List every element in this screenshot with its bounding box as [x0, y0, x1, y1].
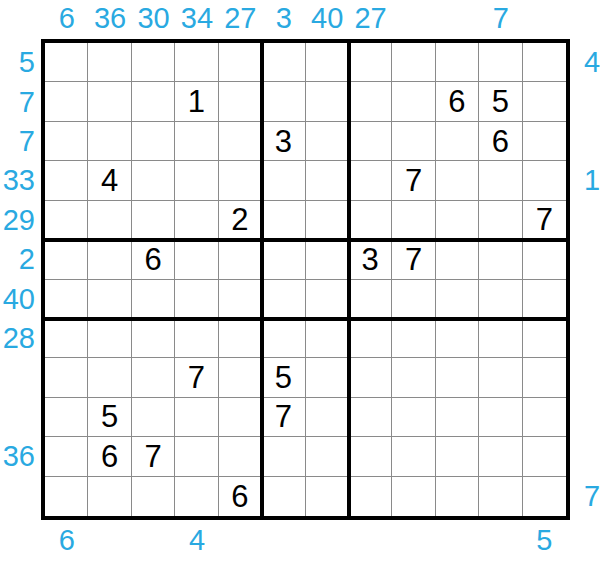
- cell-r8c11[interactable]: [479, 319, 522, 358]
- left-clue-r10: [0, 398, 40, 437]
- cell-r3c12[interactable]: [523, 122, 566, 161]
- block-border-horizontal-1: [45, 238, 566, 242]
- cell-r7c9[interactable]: [392, 280, 435, 319]
- cell-r4c12[interactable]: [523, 161, 566, 200]
- cell-r11c7[interactable]: [306, 437, 349, 476]
- left-clue-r1: 5: [0, 43, 40, 82]
- right-clue-r2: [573, 82, 614, 121]
- cell-r6c3[interactable]: 6: [132, 240, 175, 279]
- cell-r10c2[interactable]: 5: [88, 398, 131, 437]
- cell-r8c1[interactable]: [45, 319, 88, 358]
- cell-r1c3[interactable]: [132, 43, 175, 82]
- right-clue-r6: [573, 240, 614, 279]
- top-clue-c5: 27: [219, 1, 262, 36]
- cell-r9c4[interactable]: 7: [175, 358, 218, 397]
- puzzle-board: 1653647276377557676: [41, 39, 570, 520]
- right-clues: 417: [573, 43, 614, 516]
- cell-r9c6[interactable]: 5: [262, 358, 305, 397]
- cell-r1c7[interactable]: [306, 43, 349, 82]
- cell-r12c6[interactable]: [262, 477, 305, 516]
- left-clue-r2: 7: [0, 82, 40, 121]
- cell-r10c3[interactable]: [132, 398, 175, 437]
- left-clue-r6: 2: [0, 240, 40, 279]
- cell-r6c4[interactable]: [175, 240, 218, 279]
- cell-r1c6[interactable]: [262, 43, 305, 82]
- bottom-clue-c11: [479, 520, 522, 560]
- cell-r12c7[interactable]: [306, 477, 349, 516]
- top-clue-c6: 3: [262, 1, 305, 36]
- cell-r11c1[interactable]: [45, 437, 88, 476]
- cell-r4c5[interactable]: [219, 161, 262, 200]
- cell-r4c2[interactable]: 4: [88, 161, 131, 200]
- cell-r3c11[interactable]: 6: [479, 122, 522, 161]
- cell-r11c11[interactable]: [479, 437, 522, 476]
- cell-r6c7[interactable]: [306, 240, 349, 279]
- cell-r9c1[interactable]: [45, 358, 88, 397]
- cell-r7c12[interactable]: [523, 280, 566, 319]
- top-clue-c11: 7: [479, 1, 522, 36]
- cell-r4c11[interactable]: [479, 161, 522, 200]
- cell-r11c10[interactable]: [436, 437, 479, 476]
- cell-r3c10[interactable]: [436, 122, 479, 161]
- bottom-clue-c3: [132, 520, 175, 560]
- cell-r8c9[interactable]: [392, 319, 435, 358]
- bottom-clue-c12: 5: [523, 520, 566, 560]
- cell-r2c4[interactable]: 1: [175, 82, 218, 121]
- right-clue-r1: 4: [573, 43, 614, 82]
- cell-r3c9[interactable]: [392, 122, 435, 161]
- cell-r1c9[interactable]: [392, 43, 435, 82]
- cell-r10c12[interactable]: [523, 398, 566, 437]
- cell-r8c5[interactable]: [219, 319, 262, 358]
- cell-r12c1[interactable]: [45, 477, 88, 516]
- block-border-vertical-1: [260, 43, 264, 516]
- cell-r3c4[interactable]: [175, 122, 218, 161]
- cell-r9c2[interactable]: [88, 358, 131, 397]
- top-clue-c12: [523, 1, 566, 36]
- cell-r10c8[interactable]: [349, 398, 392, 437]
- cell-r9c9[interactable]: [392, 358, 435, 397]
- cell-r7c6[interactable]: [262, 280, 305, 319]
- cell-r9c10[interactable]: [436, 358, 479, 397]
- cell-r2c8[interactable]: [349, 82, 392, 121]
- right-clue-r8: [573, 319, 614, 358]
- cell-r11c3[interactable]: 7: [132, 437, 175, 476]
- bottom-clue-c9: [392, 520, 435, 560]
- cell-r3c1[interactable]: [45, 122, 88, 161]
- cell-r2c10[interactable]: 6: [436, 82, 479, 121]
- cell-r6c8[interactable]: 3: [349, 240, 392, 279]
- left-clue-r7: 40: [0, 280, 40, 319]
- right-clue-r10: [573, 398, 614, 437]
- top-clue-c1: 6: [45, 1, 88, 36]
- block-border-horizontal-2: [45, 317, 566, 321]
- cell-r4c4[interactable]: [175, 161, 218, 200]
- bottom-clue-c10: [436, 520, 479, 560]
- cell-r2c9[interactable]: [392, 82, 435, 121]
- cell-r6c6[interactable]: [262, 240, 305, 279]
- cell-r12c11[interactable]: [479, 477, 522, 516]
- puzzle-stage: 636303427340277 645 57733292402836 417 1…: [0, 0, 614, 567]
- cell-r5c1[interactable]: [45, 201, 88, 240]
- cell-r5c5[interactable]: 2: [219, 201, 262, 240]
- bottom-clue-c8: [349, 520, 392, 560]
- cell-r12c3[interactable]: [132, 477, 175, 516]
- cell-r5c3[interactable]: [132, 201, 175, 240]
- cell-r7c7[interactable]: [306, 280, 349, 319]
- cell-r3c8[interactable]: [349, 122, 392, 161]
- cell-r1c11[interactable]: [479, 43, 522, 82]
- cell-r4c8[interactable]: [349, 161, 392, 200]
- cell-r9c11[interactable]: [479, 358, 522, 397]
- block-border-vertical-2: [347, 43, 351, 516]
- cell-r11c5[interactable]: [219, 437, 262, 476]
- top-clue-c10: [436, 1, 479, 36]
- cell-r9c3[interactable]: [132, 358, 175, 397]
- left-clue-r9: [0, 358, 40, 397]
- cell-r2c5[interactable]: [219, 82, 262, 121]
- cell-r3c2[interactable]: [88, 122, 131, 161]
- left-clue-r8: 28: [0, 319, 40, 358]
- cell-r1c4[interactable]: [175, 43, 218, 82]
- cell-r10c11[interactable]: [479, 398, 522, 437]
- cell-r10c10[interactable]: [436, 398, 479, 437]
- top-clue-c4: 34: [175, 1, 218, 36]
- cell-r6c11[interactable]: [479, 240, 522, 279]
- cell-r2c11[interactable]: 5: [479, 82, 522, 121]
- cell-r6c1[interactable]: [45, 240, 88, 279]
- left-clue-r12: [0, 477, 40, 516]
- cell-r10c4[interactable]: [175, 398, 218, 437]
- cell-r2c2[interactable]: [88, 82, 131, 121]
- cell-r1c10[interactable]: [436, 43, 479, 82]
- cell-r4c9[interactable]: 7: [392, 161, 435, 200]
- left-clue-r11: 36: [0, 437, 40, 476]
- cell-r10c6[interactable]: 7: [262, 398, 305, 437]
- cell-r7c3[interactable]: [132, 280, 175, 319]
- cell-r2c12[interactable]: [523, 82, 566, 121]
- bottom-clue-c1: 6: [45, 520, 88, 560]
- bottom-clue-c6: [262, 520, 305, 560]
- right-clue-r9: [573, 358, 614, 397]
- cell-r7c2[interactable]: [88, 280, 131, 319]
- cell-r3c3[interactable]: [132, 122, 175, 161]
- cell-r1c1[interactable]: [45, 43, 88, 82]
- cell-r4c6[interactable]: [262, 161, 305, 200]
- cell-r3c6[interactable]: 3: [262, 122, 305, 161]
- cell-r9c7[interactable]: [306, 358, 349, 397]
- top-clue-c7: 40: [306, 1, 349, 36]
- cell-r7c8[interactable]: [349, 280, 392, 319]
- left-clue-r4: 33: [0, 161, 40, 200]
- cell-r5c10[interactable]: [436, 201, 479, 240]
- cell-r2c1[interactable]: [45, 82, 88, 121]
- cell-r5c7[interactable]: [306, 201, 349, 240]
- cell-r12c2[interactable]: [88, 477, 131, 516]
- right-clue-r3: [573, 122, 614, 161]
- bottom-clue-c4: 4: [175, 520, 218, 560]
- cell-r5c11[interactable]: [479, 201, 522, 240]
- cell-r6c5[interactable]: [219, 240, 262, 279]
- cell-r8c12[interactable]: [523, 319, 566, 358]
- cell-r3c5[interactable]: [219, 122, 262, 161]
- cell-r1c5[interactable]: [219, 43, 262, 82]
- cell-r3c7[interactable]: [306, 122, 349, 161]
- bottom-clue-c5: [219, 520, 262, 560]
- top-clue-c3: 30: [132, 1, 175, 36]
- cell-r8c8[interactable]: [349, 319, 392, 358]
- cell-r7c1[interactable]: [45, 280, 88, 319]
- cell-r5c12[interactable]: 7: [523, 201, 566, 240]
- cell-r9c12[interactable]: [523, 358, 566, 397]
- cell-r5c6[interactable]: [262, 201, 305, 240]
- top-clue-c9: [392, 1, 435, 36]
- top-clue-c8: 27: [349, 1, 392, 36]
- left-clues: 57733292402836: [0, 43, 40, 516]
- cell-r12c9[interactable]: [392, 477, 435, 516]
- cell-r4c1[interactable]: [45, 161, 88, 200]
- bottom-clues: 645: [45, 520, 566, 560]
- cell-r12c8[interactable]: [349, 477, 392, 516]
- cell-r10c7[interactable]: [306, 398, 349, 437]
- cell-r7c10[interactable]: [436, 280, 479, 319]
- right-clue-r5: [573, 201, 614, 240]
- cell-r8c6[interactable]: [262, 319, 305, 358]
- cell-r12c4[interactable]: [175, 477, 218, 516]
- cell-r10c9[interactable]: [392, 398, 435, 437]
- cell-r2c7[interactable]: [306, 82, 349, 121]
- cell-r5c9[interactable]: [392, 201, 435, 240]
- left-clue-r3: 7: [0, 122, 40, 161]
- cell-r2c3[interactable]: [132, 82, 175, 121]
- cell-r8c7[interactable]: [306, 319, 349, 358]
- cell-r11c6[interactable]: [262, 437, 305, 476]
- cell-r7c5[interactable]: [219, 280, 262, 319]
- cell-r8c4[interactable]: [175, 319, 218, 358]
- cell-r6c2[interactable]: [88, 240, 131, 279]
- cell-r8c2[interactable]: [88, 319, 131, 358]
- right-clue-r4: 1: [573, 161, 614, 200]
- cell-r4c10[interactable]: [436, 161, 479, 200]
- cell-r6c12[interactable]: [523, 240, 566, 279]
- right-clue-r12: 7: [573, 477, 614, 516]
- cell-r6c9[interactable]: 7: [392, 240, 435, 279]
- cell-r1c12[interactable]: [523, 43, 566, 82]
- cell-r5c2[interactable]: [88, 201, 131, 240]
- cell-r7c11[interactable]: [479, 280, 522, 319]
- cell-r4c3[interactable]: [132, 161, 175, 200]
- cell-r10c1[interactable]: [45, 398, 88, 437]
- cell-r8c10[interactable]: [436, 319, 479, 358]
- cell-r1c8[interactable]: [349, 43, 392, 82]
- cell-r11c2[interactable]: 6: [88, 437, 131, 476]
- cell-r11c4[interactable]: [175, 437, 218, 476]
- cell-r11c8[interactable]: [349, 437, 392, 476]
- cell-r12c12[interactable]: [523, 477, 566, 516]
- left-clue-r5: 29: [0, 201, 40, 240]
- cell-r11c12[interactable]: [523, 437, 566, 476]
- bottom-clue-c7: [306, 520, 349, 560]
- cell-r12c10[interactable]: [436, 477, 479, 516]
- cell-r1c2[interactable]: [88, 43, 131, 82]
- cell-r4c7[interactable]: [306, 161, 349, 200]
- cell-r8c3[interactable]: [132, 319, 175, 358]
- cell-r11c9[interactable]: [392, 437, 435, 476]
- cell-r5c8[interactable]: [349, 201, 392, 240]
- right-clue-r11: [573, 437, 614, 476]
- cell-r12c5[interactable]: 6: [219, 477, 262, 516]
- right-clue-r7: [573, 280, 614, 319]
- top-clues: 636303427340277: [45, 1, 566, 36]
- top-clue-c2: 36: [88, 1, 131, 36]
- cell-r2c6[interactable]: [262, 82, 305, 121]
- cell-r5c4[interactable]: [175, 201, 218, 240]
- cell-r9c8[interactable]: [349, 358, 392, 397]
- cell-r7c4[interactable]: [175, 280, 218, 319]
- cell-r9c5[interactable]: [219, 358, 262, 397]
- bottom-clue-c2: [88, 520, 131, 560]
- cell-r6c10[interactable]: [436, 240, 479, 279]
- cell-r10c5[interactable]: [219, 398, 262, 437]
